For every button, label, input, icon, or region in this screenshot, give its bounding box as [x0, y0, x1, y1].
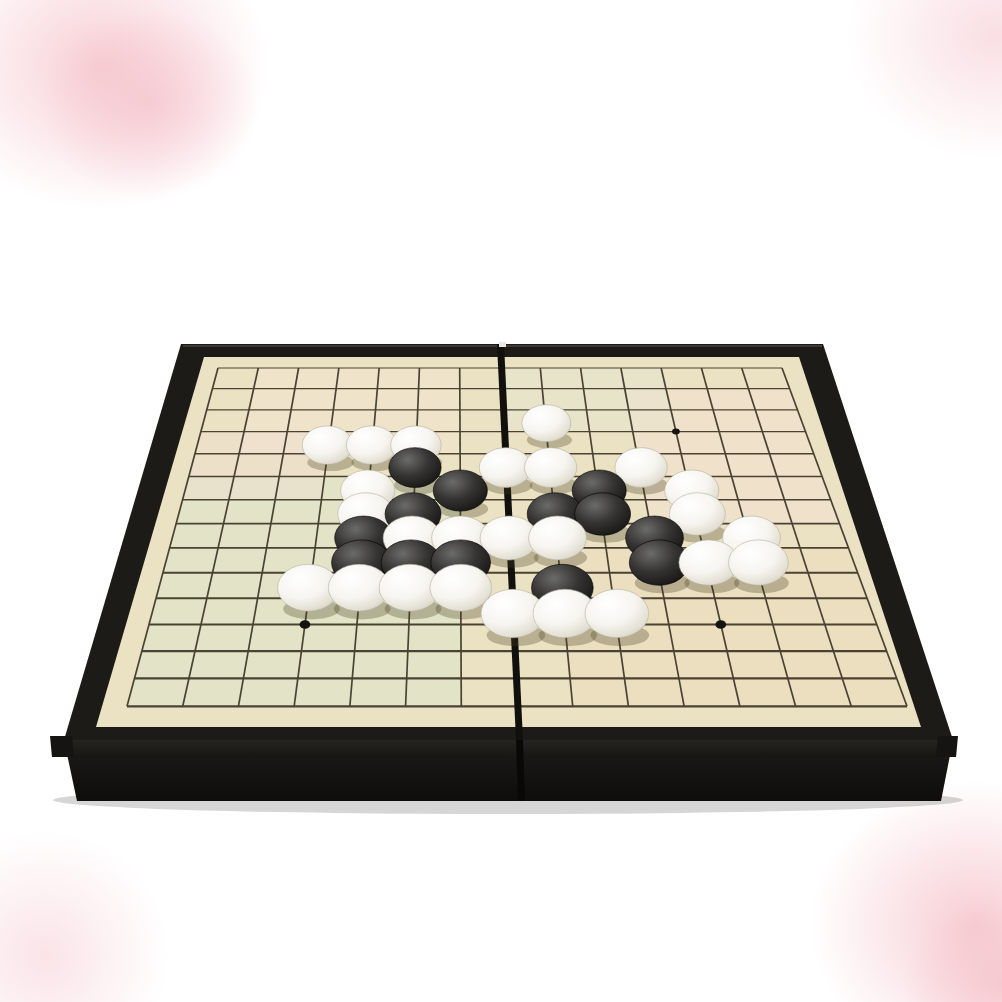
- stone-white: [729, 540, 789, 585]
- frame-right-tab: [936, 736, 958, 757]
- stone-white: [585, 589, 649, 637]
- stone-white: [522, 405, 571, 442]
- hinge-top-notch: [499, 342, 506, 347]
- frame-left-tab: [50, 736, 74, 757]
- stone-white: [430, 564, 492, 611]
- go-board-photo: [0, 0, 1002, 1002]
- stone-black: [389, 448, 441, 488]
- stone-white: [529, 516, 587, 560]
- star-point: [715, 620, 726, 629]
- stone-black: [433, 470, 487, 511]
- stone-white: [525, 448, 577, 488]
- product-photo: [0, 0, 1002, 1002]
- stone-white: [302, 426, 353, 464]
- board-front-face: [64, 740, 953, 801]
- stone-white: [346, 426, 397, 464]
- star-point: [672, 429, 680, 435]
- stone-white: [479, 448, 531, 488]
- star-point: [300, 620, 311, 629]
